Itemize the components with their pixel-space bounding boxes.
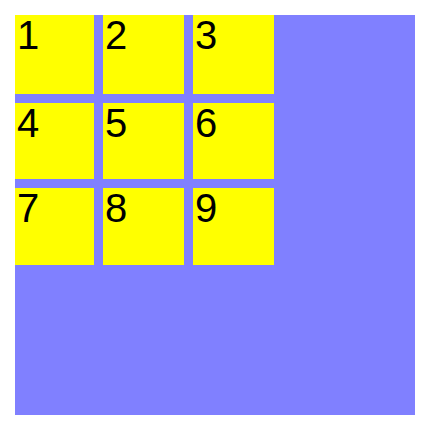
tile-7: 7 [15,188,94,265]
tile-6: 6 [193,103,274,179]
tile-grid: 123456789 [15,15,274,265]
board: 123456789 [15,15,415,415]
tile-2: 2 [103,15,184,94]
page: { "game": "numbered-grid-3x3 (tiles 1-9 … [0,0,432,432]
tile-5: 5 [103,103,184,179]
tile-1: 1 [15,15,94,94]
tile-4: 4 [15,103,94,179]
tile-9: 9 [193,188,274,265]
tile-3: 3 [193,15,274,94]
tile-8: 8 [103,188,184,265]
